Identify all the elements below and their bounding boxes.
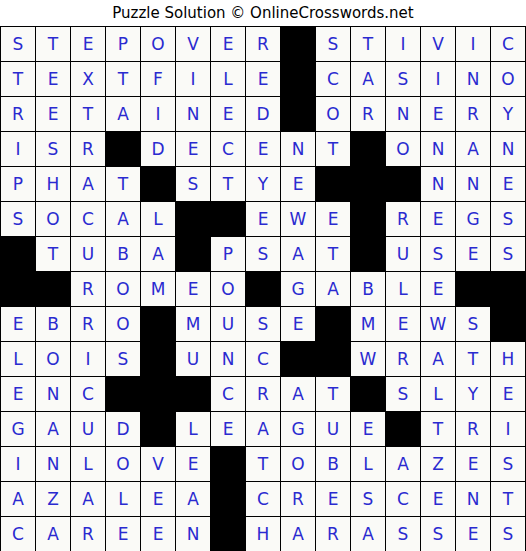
cell-r4c13: N [421, 132, 455, 166]
cell-r3c2: E [36, 97, 70, 131]
cell-r13c8: T [246, 447, 280, 481]
cell-r13c10: B [316, 447, 350, 481]
cell-r10c2: O [36, 342, 70, 376]
cell-r13c5: V [141, 447, 175, 481]
cell-r11c2: N [36, 377, 70, 411]
cell-r1c5: O [141, 27, 175, 61]
cell-r15c10: R [316, 517, 350, 551]
cell-r3c10: O [316, 97, 350, 131]
cell-r15c5: E [141, 517, 175, 551]
cell-r13c2: N [36, 447, 70, 481]
cell-r5c3: A [71, 167, 105, 201]
cell-r14c15: T [491, 482, 525, 516]
cell-r12c15: I [491, 412, 525, 446]
cell-r4c2: S [36, 132, 70, 166]
cell-r7c10: T [316, 237, 350, 271]
cell-r15c4: E [106, 517, 140, 551]
black-cell-r7c11 [351, 237, 385, 271]
cell-r10c15: H [491, 342, 525, 376]
cell-r1c7: E [211, 27, 245, 61]
cell-r5c9: E [281, 167, 315, 201]
cell-r6c9: W [281, 202, 315, 236]
cell-r2c13: I [421, 62, 455, 96]
black-cell-r4c11 [351, 132, 385, 166]
black-cell-r7c6 [176, 237, 210, 271]
cell-r10c12: R [386, 342, 420, 376]
cell-r15c3: R [71, 517, 105, 551]
cell-r15c2: A [36, 517, 70, 551]
cell-r7c8: S [246, 237, 280, 271]
cell-r2c5: F [141, 62, 175, 96]
cell-r12c13: T [421, 412, 455, 446]
cell-r1c1: S [1, 27, 35, 61]
page-title: Puzzle Solution © OnlineCrosswords.net [112, 4, 413, 22]
cell-r14c9: R [281, 482, 315, 516]
cell-r13c3: L [71, 447, 105, 481]
cell-r9c7: U [211, 307, 245, 341]
cell-r10c13: A [421, 342, 455, 376]
cell-r14c2: Z [36, 482, 70, 516]
cell-r1c3: E [71, 27, 105, 61]
black-cell-r6c6 [176, 202, 210, 236]
black-cell-r5c10 [316, 167, 350, 201]
cell-r11c9: A [281, 377, 315, 411]
cell-r13c11: L [351, 447, 385, 481]
cell-r5c15: E [491, 167, 525, 201]
cell-r2c12: S [386, 62, 420, 96]
cell-r13c13: Z [421, 447, 455, 481]
title-bar: Puzzle Solution © OnlineCrosswords.net [0, 0, 526, 26]
black-cell-r9c10 [316, 307, 350, 341]
black-cell-r5c5 [141, 167, 175, 201]
cell-r11c12: S [386, 377, 420, 411]
cell-r2c1: T [1, 62, 35, 96]
cell-r5c2: H [36, 167, 70, 201]
cell-r7c13: S [421, 237, 455, 271]
cell-r13c9: O [281, 447, 315, 481]
cell-r11c15: E [491, 377, 525, 411]
cell-r14c3: A [71, 482, 105, 516]
cell-r12c6: L [176, 412, 210, 446]
cell-r8c4: O [106, 272, 140, 306]
cell-r3c3: T [71, 97, 105, 131]
cell-r11c8: R [246, 377, 280, 411]
cell-r9c4: O [106, 307, 140, 341]
cell-r9c2: B [36, 307, 70, 341]
black-cell-r11c11 [351, 377, 385, 411]
cell-r4c7: C [211, 132, 245, 166]
black-cell-r13c7 [211, 447, 245, 481]
cell-r9c6: M [176, 307, 210, 341]
black-cell-r11c5 [141, 377, 175, 411]
cell-r10c4: S [106, 342, 140, 376]
black-cell-r10c9 [281, 342, 315, 376]
cell-r10c11: W [351, 342, 385, 376]
cell-r6c1: S [1, 202, 35, 236]
cell-r4c12: O [386, 132, 420, 166]
cell-r3c4: A [106, 97, 140, 131]
cell-r2c2: E [36, 62, 70, 96]
cell-r10c1: L [1, 342, 35, 376]
cell-r8c7: O [211, 272, 245, 306]
cell-r15c11: A [351, 517, 385, 551]
cell-r8c11: B [351, 272, 385, 306]
cell-r1c14: I [456, 27, 490, 61]
cell-r6c14: G [456, 202, 490, 236]
black-cell-r6c7 [211, 202, 245, 236]
cell-r9c14: S [456, 307, 490, 341]
cell-r3c14: R [456, 97, 490, 131]
cell-r3c15: Y [491, 97, 525, 131]
cell-r4c6: E [176, 132, 210, 166]
cell-r2c3: X [71, 62, 105, 96]
cell-r12c2: A [36, 412, 70, 446]
cell-r11c7: C [211, 377, 245, 411]
puzzle-solution-page: Puzzle Solution © OnlineCrosswords.net S… [0, 0, 526, 551]
cell-r9c9: E [281, 307, 315, 341]
cell-r8c10: A [316, 272, 350, 306]
cell-r12c3: U [71, 412, 105, 446]
cell-r10c6: U [176, 342, 210, 376]
cell-r6c12: R [386, 202, 420, 236]
black-cell-r2c9 [281, 62, 315, 96]
cell-r4c8: E [246, 132, 280, 166]
cell-r6c13: E [421, 202, 455, 236]
cell-r1c11: T [351, 27, 385, 61]
cell-r3c5: I [141, 97, 175, 131]
cell-r6c5: L [141, 202, 175, 236]
cell-r9c13: W [421, 307, 455, 341]
crossword-grid: STEPOVERSTIVICTEXTFILECASINORETAINEDORNE… [0, 26, 526, 551]
cell-r1c10: S [316, 27, 350, 61]
cell-r12c1: G [1, 412, 35, 446]
cell-r1c13: V [421, 27, 455, 61]
cell-r15c8: H [246, 517, 280, 551]
black-cell-r8c14 [456, 272, 490, 306]
black-cell-r14c7 [211, 482, 245, 516]
black-cell-r10c10 [316, 342, 350, 376]
cell-r2c15: O [491, 62, 525, 96]
cell-r5c1: P [1, 167, 35, 201]
cell-r15c9: A [281, 517, 315, 551]
cell-r8c3: R [71, 272, 105, 306]
black-cell-r9c5 [141, 307, 175, 341]
cell-r14c1: A [1, 482, 35, 516]
cell-r2c6: I [176, 62, 210, 96]
cell-r7c4: B [106, 237, 140, 271]
cell-r6c4: A [106, 202, 140, 236]
cell-r12c7: E [211, 412, 245, 446]
black-cell-r9c15 [491, 307, 525, 341]
cell-r4c10: T [316, 132, 350, 166]
cell-r10c7: N [211, 342, 245, 376]
cell-r15c13: S [421, 517, 455, 551]
black-cell-r8c1 [1, 272, 35, 306]
cell-r5c14: N [456, 167, 490, 201]
cell-r3c8: D [246, 97, 280, 131]
cell-r15c6: N [176, 517, 210, 551]
cell-r12c11: E [351, 412, 385, 446]
cell-r14c14: N [456, 482, 490, 516]
cell-r11c10: T [316, 377, 350, 411]
cell-r13c12: A [386, 447, 420, 481]
cell-r12c8: A [246, 412, 280, 446]
cell-r13c1: I [1, 447, 35, 481]
cell-r11c3: C [71, 377, 105, 411]
black-cell-r12c12 [386, 412, 420, 446]
cell-r12c10: U [316, 412, 350, 446]
cell-r14c5: E [141, 482, 175, 516]
cell-r8c12: L [386, 272, 420, 306]
cell-r7c9: A [281, 237, 315, 271]
cell-r15c12: S [386, 517, 420, 551]
cell-r1c2: T [36, 27, 70, 61]
cell-r5c8: Y [246, 167, 280, 201]
cell-r1c6: V [176, 27, 210, 61]
cell-r4c15: N [491, 132, 525, 166]
black-cell-r5c11 [351, 167, 385, 201]
cell-r2c8: E [246, 62, 280, 96]
cell-r12c9: G [281, 412, 315, 446]
cell-r9c12: E [386, 307, 420, 341]
cell-r14c8: C [246, 482, 280, 516]
cell-r14c13: E [421, 482, 455, 516]
cell-r9c3: R [71, 307, 105, 341]
cell-r14c12: C [386, 482, 420, 516]
cell-r12c4: D [106, 412, 140, 446]
cell-r10c14: T [456, 342, 490, 376]
cell-r2c10: C [316, 62, 350, 96]
cell-r8c6: E [176, 272, 210, 306]
cell-r6c10: E [316, 202, 350, 236]
cell-r5c6: S [176, 167, 210, 201]
cell-r2c7: L [211, 62, 245, 96]
black-cell-r8c8 [246, 272, 280, 306]
cell-r7c15: S [491, 237, 525, 271]
cell-r9c1: E [1, 307, 35, 341]
cell-r13c15: S [491, 447, 525, 481]
cell-r14c10: E [316, 482, 350, 516]
cell-r4c3: R [71, 132, 105, 166]
black-cell-r11c4 [106, 377, 140, 411]
cell-r14c11: S [351, 482, 385, 516]
black-cell-r15c7 [211, 517, 245, 551]
cell-r4c14: A [456, 132, 490, 166]
cell-r1c15: C [491, 27, 525, 61]
black-cell-r1c9 [281, 27, 315, 61]
cell-r3c6: N [176, 97, 210, 131]
cell-r12c14: R [456, 412, 490, 446]
black-cell-r7c1 [1, 237, 35, 271]
cell-r3c1: R [1, 97, 35, 131]
cell-r14c6: A [176, 482, 210, 516]
black-cell-r12c5 [141, 412, 175, 446]
black-cell-r6c11 [351, 202, 385, 236]
cell-r10c8: C [246, 342, 280, 376]
cell-r8c5: M [141, 272, 175, 306]
black-cell-r10c5 [141, 342, 175, 376]
cell-r15c14: E [456, 517, 490, 551]
cell-r7c5: A [141, 237, 175, 271]
cell-r1c12: I [386, 27, 420, 61]
cell-r5c13: N [421, 167, 455, 201]
cell-r7c12: U [386, 237, 420, 271]
cell-r13c14: E [456, 447, 490, 481]
cell-r6c15: S [491, 202, 525, 236]
cell-r13c6: E [176, 447, 210, 481]
cell-r2c14: N [456, 62, 490, 96]
cell-r1c4: P [106, 27, 140, 61]
black-cell-r5c12 [386, 167, 420, 201]
cell-r9c8: S [246, 307, 280, 341]
cell-r11c13: L [421, 377, 455, 411]
cell-r4c9: N [281, 132, 315, 166]
cell-r6c2: O [36, 202, 70, 236]
cell-r15c15: S [491, 517, 525, 551]
cell-r6c3: C [71, 202, 105, 236]
black-cell-r3c9 [281, 97, 315, 131]
cell-r7c14: E [456, 237, 490, 271]
cell-r11c1: E [1, 377, 35, 411]
cell-r14c4: L [106, 482, 140, 516]
cell-r8c13: E [421, 272, 455, 306]
cell-r3c12: N [386, 97, 420, 131]
black-cell-r4c4 [106, 132, 140, 166]
cell-r5c7: T [211, 167, 245, 201]
cell-r6c8: E [246, 202, 280, 236]
black-cell-r8c15 [491, 272, 525, 306]
cell-r9c11: M [351, 307, 385, 341]
cell-r3c11: R [351, 97, 385, 131]
cell-r4c5: D [141, 132, 175, 166]
cell-r7c3: U [71, 237, 105, 271]
cell-r4c1: I [1, 132, 35, 166]
cell-r1c8: R [246, 27, 280, 61]
cell-r7c2: T [36, 237, 70, 271]
cell-r13c4: O [106, 447, 140, 481]
black-cell-r8c2 [36, 272, 70, 306]
black-cell-r11c6 [176, 377, 210, 411]
cell-r10c3: I [71, 342, 105, 376]
cell-r2c4: T [106, 62, 140, 96]
cell-r3c13: E [421, 97, 455, 131]
cell-r2c11: A [351, 62, 385, 96]
cell-r15c1: C [1, 517, 35, 551]
cell-r8c9: G [281, 272, 315, 306]
cell-r7c7: P [211, 237, 245, 271]
cell-r5c4: T [106, 167, 140, 201]
cell-r11c14: Y [456, 377, 490, 411]
cell-r3c7: E [211, 97, 245, 131]
